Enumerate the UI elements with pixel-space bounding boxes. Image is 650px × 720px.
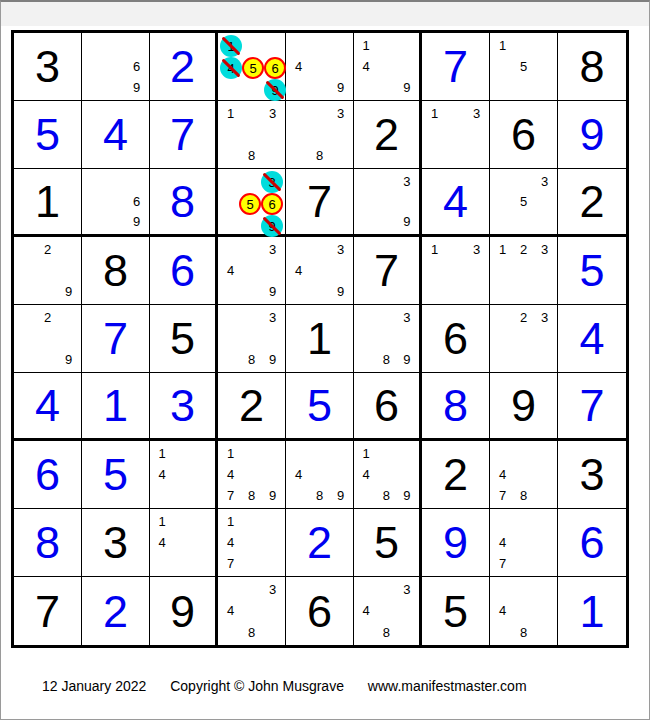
- candidate-pos-3: 3: [261, 171, 283, 193]
- cell-r9c4[interactable]: 348: [218, 577, 286, 645]
- candidate-pos-9: 9: [262, 349, 283, 370]
- candidate: 1: [359, 447, 373, 461]
- candidate-pos-7: 7: [220, 485, 241, 506]
- candidate: 6: [130, 194, 144, 208]
- given-digit: 7: [307, 179, 332, 224]
- pencil-marks: 23: [490, 305, 557, 372]
- candidate-pos-9: 9: [264, 79, 286, 101]
- candidate-pos-5: 5: [239, 193, 261, 215]
- candidate: 9: [400, 353, 414, 367]
- solved-digit: 5: [103, 452, 128, 497]
- given-digit: 6: [374, 383, 399, 428]
- candidate-pos-8: 8: [309, 145, 330, 166]
- candidate: 8: [379, 625, 393, 639]
- cell-r2c7[interactable]: 13: [422, 101, 490, 169]
- candidate: 3: [266, 107, 280, 121]
- candidate: 6: [130, 60, 144, 74]
- candidate: 3: [400, 583, 414, 597]
- candidate: 3: [334, 243, 348, 257]
- candidate-pos-4: 4: [356, 56, 376, 77]
- candidate-pos-4: 4: [152, 532, 172, 553]
- cell-r6c2[interactable]: 1: [82, 373, 150, 441]
- cell-r1c8[interactable]: 15: [490, 33, 558, 101]
- candidate-pos-1: 1: [356, 443, 376, 464]
- given-digit: 2: [374, 112, 399, 157]
- cell-r4c6[interactable]: 7: [354, 237, 422, 305]
- given-digit: 1: [35, 179, 60, 224]
- candidate: 3: [400, 174, 414, 188]
- candidate-pos-9: 9: [397, 77, 417, 98]
- eliminated-candidate: 3: [261, 171, 283, 193]
- candidate: 1: [496, 243, 510, 257]
- candidate: 8: [517, 625, 531, 639]
- sudoku-board: 3692145694914971585471383821369169835697…: [11, 30, 629, 648]
- cell-r7c6[interactable]: 1489: [354, 441, 422, 509]
- pencil-marks: 478: [490, 441, 557, 508]
- cell-r7c5[interactable]: 489: [286, 441, 354, 509]
- candidate: 3: [266, 583, 280, 597]
- cell-r8c6[interactable]: 5: [354, 509, 422, 577]
- candidate-pos-9: 9: [397, 212, 417, 232]
- candidate-pos-3: 3: [397, 171, 417, 191]
- candidate: 8: [245, 625, 259, 639]
- candidate: 1: [359, 39, 373, 53]
- solved-digit: 4: [103, 112, 128, 157]
- cell-r1c6[interactable]: 149: [354, 33, 422, 101]
- candidate-pos-3: 3: [534, 307, 555, 328]
- candidate-pos-9: 9: [397, 485, 417, 506]
- candidate-pos-5: 5: [513, 191, 534, 211]
- solved-digit: 5: [35, 112, 60, 157]
- candidate: 1: [155, 447, 169, 461]
- kept-candidate: 6: [261, 193, 283, 215]
- candidate-pos-1: 1: [152, 443, 172, 464]
- candidate: 3: [470, 107, 484, 121]
- candidate-pos-5: 5: [513, 56, 534, 77]
- pencil-marks: 14569: [218, 33, 285, 100]
- cell-r6c3[interactable]: 3: [150, 373, 218, 441]
- candidate: 1: [224, 107, 238, 121]
- candidate-pos-7: 7: [220, 553, 241, 574]
- cell-r3c3[interactable]: 8: [150, 169, 218, 237]
- cell-r2c1[interactable]: 5: [14, 101, 82, 169]
- pencil-marks: 69: [82, 169, 149, 234]
- cell-r5c3[interactable]: 5: [150, 305, 218, 373]
- candidate: 4: [292, 468, 306, 482]
- cell-r4c7[interactable]: 13: [422, 237, 490, 305]
- cell-r4c1[interactable]: 29: [14, 237, 82, 305]
- cell-r8c3[interactable]: 14: [150, 509, 218, 577]
- candidate-pos-3: 3: [397, 579, 417, 600]
- solved-digit: 6: [35, 452, 60, 497]
- solved-digit: 8: [35, 520, 60, 565]
- cell-r4c3[interactable]: 6: [150, 237, 218, 305]
- candidate-pos-4: 4: [288, 464, 309, 485]
- given-digit: 5: [374, 520, 399, 565]
- cell-r5c4[interactable]: 389: [218, 305, 286, 373]
- candidate-pos-1: 1: [492, 35, 513, 56]
- candidate: 1: [428, 243, 442, 257]
- pencil-marks: 349: [286, 237, 353, 304]
- candidate-pos-4: 4: [492, 532, 513, 553]
- cell-r5c7[interactable]: 6: [422, 305, 490, 373]
- solved-digit: 4: [35, 383, 60, 428]
- pencil-marks: 14: [150, 509, 215, 576]
- cell-r1c3[interactable]: 2: [150, 33, 218, 101]
- solved-digit: 5: [579, 248, 604, 293]
- cell-r6c1[interactable]: 4: [14, 373, 82, 441]
- pencil-marks: 29: [14, 237, 81, 304]
- cell-r2c5[interactable]: 38: [286, 101, 354, 169]
- given-digit: 6: [511, 112, 536, 157]
- cell-r9c2[interactable]: 2: [82, 577, 150, 645]
- candidate: 3: [334, 107, 348, 121]
- candidate: 5: [517, 60, 531, 74]
- candidate-pos-2: 2: [37, 239, 58, 260]
- cell-r9c5[interactable]: 6: [286, 577, 354, 645]
- candidate: 7: [224, 557, 238, 571]
- candidate: 9: [266, 285, 280, 299]
- cell-r3c4[interactable]: 3569: [218, 169, 286, 237]
- pencil-marks: 47: [490, 509, 557, 576]
- candidate-pos-4: 4: [220, 532, 241, 553]
- cell-r6c7[interactable]: 8: [422, 373, 490, 441]
- cell-r4c9[interactable]: 5: [558, 237, 626, 305]
- cell-r7c7[interactable]: 2: [422, 441, 490, 509]
- given-digit: 7: [35, 589, 60, 634]
- candidate: 1: [428, 107, 442, 121]
- cell-r9c3[interactable]: 9: [150, 577, 218, 645]
- cell-r7c3[interactable]: 14: [150, 441, 218, 509]
- solved-digit: 4: [443, 179, 468, 224]
- cell-r2c9[interactable]: 9: [558, 101, 626, 169]
- pencil-marks: 35: [490, 169, 557, 234]
- cell-r2c6[interactable]: 2: [354, 101, 422, 169]
- candidate-pos-4: 4: [492, 464, 513, 485]
- candidate-pos-8: 8: [376, 485, 396, 506]
- candidate: 2: [517, 311, 531, 325]
- candidate-pos-1: 1: [220, 511, 241, 532]
- pencil-marks: 389: [218, 305, 285, 372]
- solved-digit: 9: [443, 520, 468, 565]
- solved-digit: 8: [170, 179, 195, 224]
- candidate: 3: [266, 311, 280, 325]
- eliminated-candidate: 4: [220, 57, 242, 79]
- candidate-pos-4: 4: [356, 600, 376, 621]
- cell-r9c6[interactable]: 348: [354, 577, 422, 645]
- pencil-marks: 147: [218, 509, 285, 576]
- eliminated-candidate: 9: [261, 215, 283, 237]
- given-digit: 2: [443, 452, 468, 497]
- pencil-marks: 348: [218, 577, 285, 645]
- candidate: 3: [538, 243, 552, 257]
- candidate: 1: [224, 447, 238, 461]
- cell-r5c1[interactable]: 29: [14, 305, 82, 373]
- pencil-marks: 13: [422, 101, 489, 168]
- candidate-pos-4: 4: [492, 600, 513, 621]
- given-digit: 1: [307, 316, 332, 361]
- cell-r5c5[interactable]: 1: [286, 305, 354, 373]
- candidate: 9: [62, 353, 76, 367]
- cell-r4c2[interactable]: 8: [82, 237, 150, 305]
- candidate-pos-7: 7: [492, 485, 513, 506]
- candidate-pos-4: 4: [220, 464, 241, 485]
- cell-r6c6[interactable]: 6: [354, 373, 422, 441]
- given-digit: 9: [511, 383, 536, 428]
- candidate-pos-9: 9: [330, 485, 351, 506]
- candidate-pos-1: 1: [424, 239, 445, 260]
- candidate: 9: [62, 285, 76, 299]
- solved-digit: 7: [170, 112, 195, 157]
- candidate-pos-9: 9: [330, 281, 351, 302]
- cell-r9c9[interactable]: 1: [558, 577, 626, 645]
- candidate: 9: [334, 489, 348, 503]
- given-digit: 3: [35, 44, 60, 89]
- cell-r4c5[interactable]: 349: [286, 237, 354, 305]
- candidate: 8: [313, 489, 327, 503]
- cell-r8c9[interactable]: 6: [558, 509, 626, 577]
- given-digit: 6: [443, 316, 468, 361]
- candidate: 9: [334, 285, 348, 299]
- candidate: 9: [266, 353, 280, 367]
- cell-r1c1[interactable]: 3: [14, 33, 82, 101]
- candidate-pos-8: 8: [513, 485, 534, 506]
- candidate-pos-9: 9: [58, 349, 79, 370]
- candidate-pos-2: 2: [37, 307, 58, 328]
- candidate-pos-6: 6: [126, 56, 147, 77]
- pencil-marks: 389: [354, 305, 419, 372]
- cell-r2c2[interactable]: 4: [82, 101, 150, 169]
- candidate-pos-9: 9: [126, 77, 147, 98]
- solved-digit: 6: [170, 248, 195, 293]
- cell-r7c8[interactable]: 478: [490, 441, 558, 509]
- candidate: 8: [245, 353, 259, 367]
- candidate-pos-1: 1: [220, 443, 241, 464]
- candidate: 5: [517, 194, 531, 208]
- candidate-pos-8: 8: [241, 145, 262, 166]
- candidate: 3: [470, 243, 484, 257]
- pencil-marks: 39: [354, 169, 419, 234]
- candidate: 4: [496, 536, 510, 550]
- candidate-pos-4: 4: [152, 464, 172, 485]
- solved-digit: 7: [103, 316, 128, 361]
- cell-r6c8[interactable]: 9: [490, 373, 558, 441]
- given-digit: 7: [374, 248, 399, 293]
- candidate: 2: [517, 243, 531, 257]
- cell-r5c6[interactable]: 389: [354, 305, 422, 373]
- cell-r3c7[interactable]: 4: [422, 169, 490, 237]
- candidate-pos-7: 7: [492, 553, 513, 574]
- candidate: 9: [130, 215, 144, 229]
- candidate-pos-3: 3: [262, 239, 283, 260]
- pencil-marks: 348: [354, 577, 419, 645]
- solved-digit: 2: [307, 520, 332, 565]
- solved-digit: 4: [579, 316, 604, 361]
- candidate: 4: [224, 468, 238, 482]
- solved-digit: 9: [579, 112, 604, 157]
- candidate-pos-9: 9: [126, 212, 147, 232]
- given-digit: 2: [579, 179, 604, 224]
- cell-r9c8[interactable]: 48: [490, 577, 558, 645]
- pencil-marks: 29: [14, 305, 81, 372]
- cell-r8c7[interactable]: 9: [422, 509, 490, 577]
- cell-r8c1[interactable]: 8: [14, 509, 82, 577]
- cell-r3c1[interactable]: 1: [14, 169, 82, 237]
- candidate: 8: [245, 149, 259, 163]
- cell-r3c6[interactable]: 39: [354, 169, 422, 237]
- given-digit: 8: [579, 44, 604, 89]
- candidate: 4: [224, 604, 238, 618]
- candidate-pos-9: 9: [397, 349, 417, 370]
- candidate: 4: [359, 60, 373, 74]
- kept-candidate: 6: [264, 57, 286, 79]
- cell-r3c9[interactable]: 2: [558, 169, 626, 237]
- cell-r1c2[interactable]: 69: [82, 33, 150, 101]
- candidate: 9: [130, 81, 144, 95]
- pencil-marks: 149: [354, 33, 419, 100]
- pencil-marks: 48: [490, 577, 557, 645]
- candidate: 3: [538, 174, 552, 188]
- cell-r8c8[interactable]: 47: [490, 509, 558, 577]
- candidate: 2: [41, 243, 55, 257]
- candidate: 8: [379, 489, 393, 503]
- candidate-pos-3: 3: [397, 307, 417, 328]
- candidate: 4: [155, 468, 169, 482]
- cell-r1c9[interactable]: 8: [558, 33, 626, 101]
- cell-r3c2[interactable]: 69: [82, 169, 150, 237]
- candidate: 7: [496, 557, 510, 571]
- window-top-strip: [1, 2, 649, 26]
- cell-r8c5[interactable]: 2: [286, 509, 354, 577]
- candidate: 3: [400, 311, 414, 325]
- candidate-pos-8: 8: [513, 622, 534, 643]
- candidate: 4: [224, 264, 238, 278]
- cell-r1c5[interactable]: 49: [286, 33, 354, 101]
- cell-r5c2[interactable]: 7: [82, 305, 150, 373]
- cell-r9c1[interactable]: 7: [14, 577, 82, 645]
- solved-digit: 7: [443, 44, 468, 89]
- candidate-pos-4: 4: [220, 57, 242, 79]
- eliminated-candidate: 1: [220, 35, 242, 57]
- cell-r6c5[interactable]: 5: [286, 373, 354, 441]
- cell-r2c8[interactable]: 6: [490, 101, 558, 169]
- pencil-marks: 15: [490, 33, 557, 100]
- candidate: 9: [400, 81, 414, 95]
- candidate-pos-3: 3: [534, 171, 555, 191]
- pencil-marks: 138: [218, 101, 285, 168]
- candidate-pos-1: 1: [152, 511, 172, 532]
- cell-r7c4[interactable]: 14789: [218, 441, 286, 509]
- cell-r6c4[interactable]: 2: [218, 373, 286, 441]
- cell-r5c9[interactable]: 4: [558, 305, 626, 373]
- cell-r7c9[interactable]: 3: [558, 441, 626, 509]
- candidate-pos-6: 6: [126, 191, 147, 211]
- candidate-pos-8: 8: [241, 349, 262, 370]
- solved-digit: 5: [307, 383, 332, 428]
- candidate: 9: [334, 81, 348, 95]
- cell-r4c8[interactable]: 123: [490, 237, 558, 305]
- candidate-pos-4: 4: [288, 56, 309, 77]
- candidate-pos-4: 4: [356, 464, 376, 485]
- cell-r1c4[interactable]: 14569: [218, 33, 286, 101]
- given-digit: 5: [170, 316, 195, 361]
- candidate-pos-3: 3: [262, 579, 283, 600]
- cell-r2c4[interactable]: 138: [218, 101, 286, 169]
- kept-candidate: 5: [239, 193, 261, 215]
- given-digit: 5: [443, 589, 468, 634]
- kept-candidate: 5: [242, 57, 264, 79]
- candidate-pos-3: 3: [466, 103, 487, 124]
- pencil-marks: 14789: [218, 441, 285, 508]
- cell-r3c8[interactable]: 35: [490, 169, 558, 237]
- pencil-marks: 14: [150, 441, 215, 508]
- candidate: 4: [224, 536, 238, 550]
- candidate-pos-9: 9: [330, 77, 351, 98]
- given-digit: 8: [103, 248, 128, 293]
- cell-r1c7[interactable]: 7: [422, 33, 490, 101]
- candidate-pos-6: 6: [261, 193, 283, 215]
- solved-digit: 8: [443, 383, 468, 428]
- footer-date: 12 January 2022: [42, 678, 146, 694]
- cell-r5c8[interactable]: 23: [490, 305, 558, 373]
- pencil-marks: 13: [422, 237, 489, 304]
- candidate-pos-8: 8: [309, 485, 330, 506]
- eliminated-candidate: 9: [264, 79, 286, 101]
- candidate-pos-8: 8: [241, 485, 262, 506]
- given-digit: 9: [170, 589, 195, 634]
- cell-r2c3[interactable]: 7: [150, 101, 218, 169]
- candidate-pos-1: 1: [492, 239, 513, 260]
- candidate: 1: [155, 515, 169, 529]
- candidate-pos-1: 1: [424, 103, 445, 124]
- solved-digit: 7: [579, 383, 604, 428]
- candidate-pos-5: 5: [242, 57, 264, 79]
- footer-copyright: Copyright © John Musgrave: [170, 678, 344, 694]
- cell-r7c1[interactable]: 6: [14, 441, 82, 509]
- candidate: 4: [359, 468, 373, 482]
- solved-digit: 1: [103, 383, 128, 428]
- pencil-marks: 69: [82, 33, 149, 100]
- candidate: 9: [400, 489, 414, 503]
- candidate-pos-3: 3: [330, 239, 351, 260]
- candidate: 4: [496, 468, 510, 482]
- cell-r6c9[interactable]: 7: [558, 373, 626, 441]
- footer: 12 January 2022 Copyright © John Musgrav…: [42, 678, 527, 694]
- candidate: 4: [292, 60, 306, 74]
- candidate: 8: [245, 489, 259, 503]
- solved-digit: 3: [170, 383, 195, 428]
- given-digit: 6: [307, 589, 332, 634]
- cell-r7c2[interactable]: 5: [82, 441, 150, 509]
- candidate: 3: [266, 243, 280, 257]
- cell-r4c4[interactable]: 349: [218, 237, 286, 305]
- cell-r8c4[interactable]: 147: [218, 509, 286, 577]
- given-digit: 2: [239, 383, 264, 428]
- candidate-pos-3: 3: [262, 103, 283, 124]
- cell-r3c5[interactable]: 7: [286, 169, 354, 237]
- candidate-pos-8: 8: [241, 622, 262, 643]
- candidate: 4: [359, 604, 373, 618]
- pencil-marks: 1489: [354, 441, 419, 508]
- given-digit: 3: [579, 452, 604, 497]
- candidate: 8: [517, 489, 531, 503]
- candidate-pos-9: 9: [262, 281, 283, 302]
- candidate: 8: [379, 353, 393, 367]
- cell-r9c7[interactable]: 5: [422, 577, 490, 645]
- candidate-pos-8: 8: [376, 622, 396, 643]
- cell-r8c2[interactable]: 3: [82, 509, 150, 577]
- candidate-pos-8: 8: [376, 349, 396, 370]
